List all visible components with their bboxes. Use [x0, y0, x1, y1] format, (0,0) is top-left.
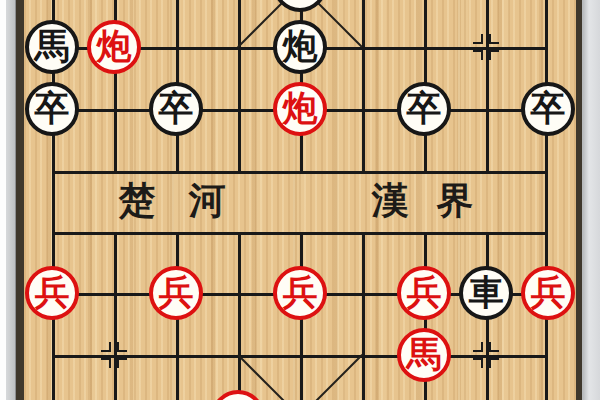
- grid-cell: [300, 171, 362, 232]
- piece-glyph: 卒: [407, 91, 442, 126]
- marker-bracket: [473, 34, 483, 44]
- grid-cell: [486, 171, 548, 232]
- piece-glyph: 卒: [35, 91, 70, 126]
- piece-black-soldier[interactable]: 卒: [149, 82, 203, 136]
- marker-bracket: [473, 358, 483, 368]
- point-marker: [471, 340, 501, 370]
- piece-glyph: 兵: [531, 275, 566, 310]
- piece-red-soldier[interactable]: 兵: [397, 266, 451, 320]
- piece-glyph: 炮: [97, 29, 132, 64]
- marker-bracket: [101, 342, 111, 352]
- piece-black-soldier[interactable]: 卒: [25, 82, 79, 136]
- piece-glyph: 車: [469, 275, 504, 310]
- piece-glyph: 卒: [531, 91, 566, 126]
- river-label-jie: 界: [437, 176, 474, 226]
- piece-red-soldier[interactable]: 兵: [25, 266, 79, 320]
- piece-glyph: 卒: [159, 91, 194, 126]
- piece-red-soldier[interactable]: 兵: [149, 266, 203, 320]
- piece-red-cannon[interactable]: 炮: [273, 82, 327, 136]
- piece-red-cannon[interactable]: 炮: [87, 20, 141, 74]
- grid-cell: [238, 171, 300, 232]
- piece-glyph: 兵: [35, 275, 70, 310]
- river-label-chu: 楚: [119, 176, 156, 226]
- piece-glyph: 炮: [283, 29, 318, 64]
- piece-red-horse[interactable]: 馬: [397, 328, 451, 382]
- piece-glyph: 馬: [35, 29, 70, 64]
- marker-bracket: [473, 342, 483, 352]
- marker-bracket: [489, 358, 499, 368]
- marker-bracket: [489, 342, 499, 352]
- point-marker: [99, 340, 129, 370]
- marker-bracket: [489, 34, 499, 44]
- marker-bracket: [489, 50, 499, 60]
- point-marker: [471, 32, 501, 62]
- piece-red-soldier[interactable]: 兵: [521, 266, 575, 320]
- piece-glyph: 炮: [283, 91, 318, 126]
- piece-red-soldier[interactable]: 兵: [273, 266, 327, 320]
- marker-bracket: [117, 358, 127, 368]
- grid-cell: [52, 171, 114, 232]
- marker-bracket: [101, 358, 111, 368]
- piece-black-cannon[interactable]: 炮: [273, 20, 327, 74]
- piece-glyph: 兵: [407, 275, 442, 310]
- piece-black-soldier[interactable]: 卒: [521, 82, 575, 136]
- xiangqi-app-screenshot: 楚 河 漢 界 馬炮卒卒卒卒車炮炮兵兵兵兵兵馬: [0, 0, 600, 400]
- piece-glyph: 兵: [283, 275, 318, 310]
- river-label-he: 河: [189, 176, 226, 226]
- marker-bracket: [117, 342, 127, 352]
- grid-cell: [176, 0, 238, 47]
- board-overlay: 楚 河 漢 界 馬炮卒卒卒卒車炮炮兵兵兵兵兵馬: [0, 0, 600, 400]
- piece-black-soldier[interactable]: 卒: [397, 82, 451, 136]
- piece-glyph: 馬: [407, 337, 442, 372]
- scrollbar-track[interactable]: [6, 0, 16, 400]
- piece-black-horse[interactable]: 馬: [25, 20, 79, 74]
- marker-bracket: [473, 50, 483, 60]
- grid-cell: [362, 0, 424, 47]
- river-label-han: 漢: [372, 176, 409, 226]
- piece-black-chariot[interactable]: 車: [459, 266, 513, 320]
- piece-glyph: 兵: [159, 275, 194, 310]
